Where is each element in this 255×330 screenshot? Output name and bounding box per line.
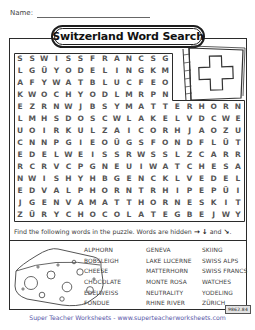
grid-cell: H bbox=[62, 89, 74, 101]
grid-cell: O bbox=[62, 65, 74, 77]
grid-cell: A bbox=[135, 101, 147, 113]
grid-cell: N bbox=[38, 137, 50, 149]
grid-cell: C bbox=[147, 173, 159, 185]
grid-cell: S bbox=[220, 161, 232, 173]
grid-cell: Y bbox=[75, 173, 87, 185]
grid-cell: B bbox=[99, 173, 111, 185]
grid-cell: C bbox=[123, 77, 135, 89]
grid-cell: O bbox=[87, 89, 99, 101]
word-list-item: CHOCOLATE bbox=[84, 277, 121, 288]
grid-cell: E bbox=[196, 173, 208, 185]
grid-cell: L bbox=[62, 185, 74, 197]
grid-cell: S bbox=[14, 53, 26, 65]
arrow-right-icon: → bbox=[194, 228, 200, 236]
grid-cell: K bbox=[208, 197, 220, 209]
grid-cell: T bbox=[147, 101, 159, 113]
grid-cell: I bbox=[38, 173, 50, 185]
grid-cell: W bbox=[26, 89, 38, 101]
grid-cell: S bbox=[50, 113, 62, 125]
grid-cell: K bbox=[159, 173, 171, 185]
grid-cell: G bbox=[111, 173, 123, 185]
grid-cell: N bbox=[50, 197, 62, 209]
grid-cell: R bbox=[111, 185, 123, 197]
grid-cell: M bbox=[159, 65, 171, 77]
grid-cell: H bbox=[75, 209, 87, 221]
grid-cell: T bbox=[232, 137, 244, 149]
grid-cell: I bbox=[50, 53, 62, 65]
grid-cell: L bbox=[50, 149, 62, 161]
grid-cell: N bbox=[171, 137, 183, 149]
grid-cell: R bbox=[159, 197, 171, 209]
grid-cell: Z bbox=[220, 125, 232, 137]
grid-cell: H bbox=[135, 197, 147, 209]
grid-cell: W bbox=[62, 149, 74, 161]
word-list-item: WATCHES bbox=[202, 277, 247, 288]
grid-cell: A bbox=[232, 161, 244, 173]
word-list-column: GENEVALAKE LUCERNEMATTERHORNMONTE ROSANE… bbox=[146, 245, 191, 309]
grid-cell: L bbox=[232, 173, 244, 185]
grid-cell: R bbox=[99, 53, 111, 65]
grid-cell: T bbox=[147, 209, 159, 221]
name-label: Name: bbox=[10, 9, 33, 17]
grid-cell: W bbox=[220, 209, 232, 221]
arrow-down-icon: ↓ bbox=[202, 228, 208, 236]
grid-cell: H bbox=[159, 185, 171, 197]
grid-cell: O bbox=[26, 125, 38, 137]
grid-cell: S bbox=[50, 173, 62, 185]
name-blank-line bbox=[37, 17, 150, 18]
grid-cell: R bbox=[220, 149, 232, 161]
grid-cell: P bbox=[75, 161, 87, 173]
grid-cell: K bbox=[62, 125, 74, 137]
grid-cell: I bbox=[123, 125, 135, 137]
grid-cell: S bbox=[99, 149, 111, 161]
grid-cell: L bbox=[208, 137, 220, 149]
grid-cell: Y bbox=[50, 209, 62, 221]
grid-cell: I bbox=[38, 125, 50, 137]
grid-cell: C bbox=[208, 113, 220, 125]
grid-cell: U bbox=[232, 125, 244, 137]
grid-cell: J bbox=[14, 197, 26, 209]
grid-cell: C bbox=[183, 161, 195, 173]
grid-cell: B bbox=[183, 209, 195, 221]
grid-cell: G bbox=[159, 53, 171, 65]
grid-cell: L bbox=[123, 113, 135, 125]
grid-cell: S bbox=[159, 149, 171, 161]
grid-cell: W bbox=[220, 113, 232, 125]
grid-cell: Ü bbox=[38, 65, 50, 77]
word-list-item: RHINE RIVER bbox=[146, 298, 191, 309]
grid-cell: V bbox=[50, 161, 62, 173]
grid-cell: K bbox=[147, 65, 159, 77]
grid-cell: K bbox=[147, 113, 159, 125]
grid-cell: O bbox=[208, 125, 220, 137]
grid-cell: E bbox=[38, 197, 50, 209]
grid-cell: L bbox=[171, 113, 183, 125]
word-list-item: EDELWEISS bbox=[84, 288, 121, 299]
worksheet-page: Name: Switzerland Word Search SSWISSFRAN… bbox=[0, 0, 255, 330]
grid-cell: T bbox=[75, 77, 87, 89]
grid-cell: P bbox=[50, 137, 62, 149]
grid-cell: S bbox=[135, 137, 147, 149]
grid-cell: V bbox=[38, 185, 50, 197]
grid-cell: E bbox=[14, 101, 26, 113]
grid-cell: V bbox=[183, 173, 195, 185]
word-list-column: SKIINGSWISS ALPSSWISS FRANCSWATCHESYODEL… bbox=[202, 245, 247, 309]
grid-cell: N bbox=[50, 101, 62, 113]
grid-cell: T bbox=[159, 101, 171, 113]
grid-cell: T bbox=[232, 197, 244, 209]
word-list-item: CHEESE bbox=[84, 266, 121, 277]
grid-cell: Y bbox=[75, 89, 87, 101]
grid-cell: P bbox=[208, 185, 220, 197]
grid-cell: A bbox=[208, 149, 220, 161]
grid-cell: E bbox=[87, 65, 99, 77]
grid-cell: F bbox=[135, 77, 147, 89]
grid-cell: H bbox=[62, 173, 74, 185]
grid-cell: T bbox=[135, 185, 147, 197]
grid-cell: D bbox=[208, 173, 220, 185]
grid-cell: S bbox=[111, 149, 123, 161]
grid-cell: E bbox=[123, 173, 135, 185]
grid-cell: N bbox=[99, 161, 111, 173]
grid-cell: L bbox=[99, 65, 111, 77]
grid-cell: I bbox=[111, 65, 123, 77]
grid-cell: O bbox=[147, 125, 159, 137]
grid-cell: A bbox=[111, 125, 123, 137]
grid-cell: C bbox=[99, 209, 111, 221]
grid-cell: R bbox=[159, 125, 171, 137]
grid-cell: E bbox=[111, 161, 123, 173]
worksheet-code-badge: 9862.84 bbox=[225, 305, 251, 314]
grid-cell: H bbox=[87, 173, 99, 185]
grid-cell: S bbox=[147, 53, 159, 65]
grid-cell: A bbox=[135, 113, 147, 125]
grid-cell: M bbox=[123, 101, 135, 113]
grid-cell: A bbox=[75, 197, 87, 209]
grid-cell: I bbox=[75, 137, 87, 149]
footer-credit: Super Teacher Worksheets - www.superteac… bbox=[0, 314, 255, 321]
grid-cell: D bbox=[26, 185, 38, 197]
grid-cell: F bbox=[196, 137, 208, 149]
grid-cell: C bbox=[50, 89, 62, 101]
grid-cell: W bbox=[62, 101, 74, 113]
grid-cell: F bbox=[87, 53, 99, 65]
grid-cell: T bbox=[111, 197, 123, 209]
word-list-item: BOBSLEIGH bbox=[84, 256, 121, 267]
instructions-text: Find the following words in the puzzle. … bbox=[14, 228, 244, 236]
grid-cell: S bbox=[196, 197, 208, 209]
grid-cell: N bbox=[14, 173, 26, 185]
grid-cell: E bbox=[220, 173, 232, 185]
grid-cell: Z bbox=[14, 209, 26, 221]
grid-cell: W bbox=[147, 161, 159, 173]
grid-cell: G bbox=[135, 65, 147, 77]
grid-cell: L bbox=[171, 149, 183, 161]
grid-cell: P bbox=[75, 185, 87, 197]
grid-cell: K bbox=[14, 89, 26, 101]
grid-cell: E bbox=[159, 209, 171, 221]
word-list-column: ALPHORNBOBSLEIGHCHEESECHOCOLATEEDELWEISS… bbox=[84, 245, 121, 309]
grid-cell: Y bbox=[111, 101, 123, 113]
grid-cell: L bbox=[123, 209, 135, 221]
grid-cell: O bbox=[38, 89, 50, 101]
grid-cell: E bbox=[14, 185, 26, 197]
grid-cell: A bbox=[14, 77, 26, 89]
grid-cell: R bbox=[123, 149, 135, 161]
grid-cell: A bbox=[50, 185, 62, 197]
grid-cell: G bbox=[171, 209, 183, 221]
grid-cell: L bbox=[171, 173, 183, 185]
grid-cell: E bbox=[196, 209, 208, 221]
grid-cell: I bbox=[135, 161, 147, 173]
grid-cell: J bbox=[208, 209, 220, 221]
grid-cell: S bbox=[87, 113, 99, 125]
grid-cell: E bbox=[147, 77, 159, 89]
grid-cell: Ü bbox=[220, 137, 232, 149]
grid-cell: C bbox=[62, 209, 74, 221]
grid-cell: D bbox=[62, 113, 74, 125]
grid-cell: N bbox=[123, 53, 135, 65]
grid-cell: V bbox=[183, 113, 195, 125]
grid-cell: A bbox=[135, 209, 147, 221]
grid-cell: D bbox=[26, 149, 38, 161]
word-list-item: SWISS ALPS bbox=[202, 256, 247, 267]
grid-cell: O bbox=[75, 113, 87, 125]
word-list-item: MATTERHORN bbox=[146, 266, 191, 277]
grid-cell: H bbox=[171, 125, 183, 137]
grid-cell: E bbox=[75, 149, 87, 161]
grid-cell: E bbox=[14, 149, 26, 161]
grid-cell: Ü bbox=[220, 185, 232, 197]
grid-cell: C bbox=[196, 149, 208, 161]
grid-cell: M bbox=[123, 89, 135, 101]
grid-cell: O bbox=[159, 77, 171, 89]
grid-cell: C bbox=[135, 53, 147, 65]
grid-cell: A bbox=[196, 125, 208, 137]
grid-cell: R bbox=[38, 161, 50, 173]
word-list-item: SKIING bbox=[202, 245, 247, 256]
grid-cell: R bbox=[50, 125, 62, 137]
grid-cell: N bbox=[123, 185, 135, 197]
grid-cell: Y bbox=[50, 65, 62, 77]
grid-cell: P bbox=[183, 185, 195, 197]
grid-cell: G bbox=[26, 197, 38, 209]
grid-cell: E bbox=[232, 113, 244, 125]
grid-cell: N bbox=[171, 197, 183, 209]
grid-cell: W bbox=[38, 53, 50, 65]
grid-cell: N bbox=[159, 89, 171, 101]
grid-cell: N bbox=[135, 173, 147, 185]
grid-cell: W bbox=[111, 113, 123, 125]
grid-cell: G bbox=[87, 161, 99, 173]
grid-cell: G bbox=[123, 137, 135, 149]
grid-cell: C bbox=[26, 161, 38, 173]
grid-cell: Z bbox=[99, 125, 111, 137]
grid-cell: A bbox=[159, 161, 171, 173]
grid-cell: E bbox=[87, 137, 99, 149]
grid-cell: D bbox=[183, 137, 195, 149]
grid-cell: I bbox=[220, 197, 232, 209]
grid-cell: R bbox=[135, 89, 147, 101]
grid-cell: T bbox=[123, 197, 135, 209]
grid-cell: S bbox=[147, 149, 159, 161]
grid-cell: C bbox=[62, 161, 74, 173]
grid-cell: A bbox=[62, 77, 74, 89]
word-list-item: GENEVA bbox=[146, 245, 191, 256]
grid-cell: S bbox=[75, 53, 87, 65]
grid-cell: H bbox=[196, 161, 208, 173]
grid-cell: N bbox=[123, 65, 135, 77]
grid-cell: U bbox=[111, 77, 123, 89]
grid-cell: C bbox=[14, 137, 26, 149]
grid-cell: R bbox=[147, 185, 159, 197]
grid-cell: P bbox=[147, 89, 159, 101]
word-list-item: MONTE ROSA bbox=[146, 277, 191, 288]
grid-cell: F bbox=[26, 77, 38, 89]
grid-cell: Y bbox=[38, 77, 50, 89]
grid-cell: L bbox=[14, 113, 26, 125]
grid-cell: Y bbox=[232, 209, 244, 221]
grid-cell: I bbox=[232, 185, 244, 197]
grid-cell: D bbox=[196, 113, 208, 125]
grid-cell: M bbox=[87, 197, 99, 209]
grid-cell: L bbox=[99, 77, 111, 89]
grid-cell: R bbox=[14, 161, 26, 173]
grid-cell: E bbox=[196, 185, 208, 197]
grid-cell: E bbox=[38, 149, 50, 161]
grid-cell: S bbox=[26, 53, 38, 65]
grid-cell: R bbox=[232, 149, 244, 161]
grid-cell: E bbox=[159, 113, 171, 125]
grid-cell: Z bbox=[26, 101, 38, 113]
grid-cell: O bbox=[99, 137, 111, 149]
grid-cell: J bbox=[75, 101, 87, 113]
word-list-item: ALPHORN bbox=[84, 245, 121, 256]
swiss-flag-icon bbox=[175, 43, 247, 103]
grid-cell: N bbox=[26, 137, 38, 149]
grid-cell: R bbox=[38, 209, 50, 221]
grid-cell: L bbox=[111, 89, 123, 101]
grid-cell: L bbox=[87, 125, 99, 137]
page-title: Switzerland Word Search bbox=[52, 30, 204, 43]
grid-cell: H bbox=[38, 113, 50, 125]
word-list-item: YODELING bbox=[202, 288, 247, 299]
grid-cell: T bbox=[171, 161, 183, 173]
word-list-item: NEUTRALITY bbox=[146, 288, 191, 299]
grid-cell: E bbox=[208, 161, 220, 173]
grid-cell: G bbox=[62, 137, 74, 149]
grid-cell: Ü bbox=[26, 209, 38, 221]
grid-cell: J bbox=[183, 125, 195, 137]
grid-cell: U bbox=[123, 161, 135, 173]
grid-cell: C bbox=[99, 113, 111, 125]
grid-cell: U bbox=[14, 125, 26, 137]
grid-cell: G bbox=[26, 65, 38, 77]
grid-cell: I bbox=[87, 149, 99, 161]
grid-cell: O bbox=[147, 197, 159, 209]
grid-cell: D bbox=[99, 89, 111, 101]
grid-cell: H bbox=[87, 185, 99, 197]
grid-cell: D bbox=[75, 65, 87, 77]
grid-cell: I bbox=[171, 185, 183, 197]
grid-cell: V bbox=[62, 197, 74, 209]
word-list-item: SWISS FRANCS bbox=[202, 266, 247, 277]
grid-cell: C bbox=[135, 125, 147, 137]
grid-cell: O bbox=[99, 185, 111, 197]
grid-cell: S bbox=[62, 53, 74, 65]
grid-cell: Z bbox=[183, 149, 195, 161]
grid-cell: B bbox=[87, 77, 99, 89]
grid-cell: U bbox=[75, 125, 87, 137]
grid-cell: O bbox=[159, 137, 171, 149]
grid-cell: A bbox=[99, 197, 111, 209]
grid-cell: L bbox=[14, 65, 26, 77]
grid-cell: R bbox=[38, 101, 50, 113]
grid-cell: W bbox=[135, 149, 147, 161]
word-list-item: LAKE LUCERNE bbox=[146, 256, 191, 267]
grid-cell: M bbox=[26, 113, 38, 125]
grid-cell: E bbox=[183, 197, 195, 209]
word-list-divider bbox=[9, 240, 247, 241]
grid-cell: A bbox=[111, 53, 123, 65]
grid-cell: W bbox=[26, 173, 38, 185]
grid-cell: W bbox=[50, 77, 62, 89]
word-list-item: FONDUE bbox=[84, 298, 121, 309]
grid-cell: O bbox=[87, 209, 99, 221]
grid-cell: B bbox=[87, 101, 99, 113]
grid-cell: Ü bbox=[111, 137, 123, 149]
grid-cell: O bbox=[111, 209, 123, 221]
grid-cell: S bbox=[99, 101, 111, 113]
grid-cell: F bbox=[147, 137, 159, 149]
